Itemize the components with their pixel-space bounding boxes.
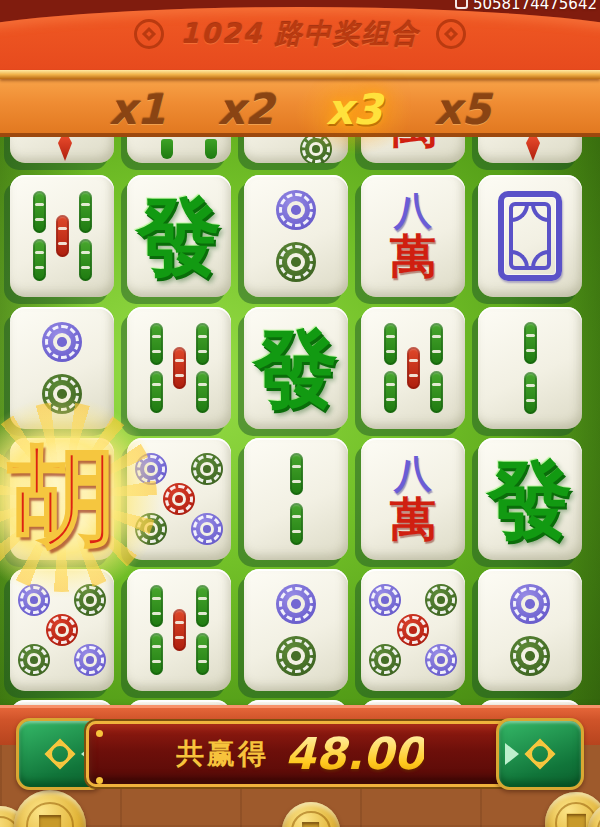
tile-symbol-circle-2 <box>478 569 582 691</box>
tile-r1-c1: 發 <box>127 175 231 297</box>
tile-symbol-character-8-wan: 八萬 <box>361 175 465 297</box>
session-id-group: 5058174475642 <box>455 0 597 13</box>
chinese-knot-icon-left <box>45 739 75 769</box>
tile-r0-c0 <box>10 137 114 163</box>
tile-r4-c3 <box>361 569 465 691</box>
win-banner: 共赢得 48.00 <box>16 718 584 790</box>
multiplier-x3: x3 <box>326 85 382 134</box>
tile-symbol-dragon-white <box>478 175 582 297</box>
tile-r0-c1 <box>127 137 231 163</box>
tile-symbol-bamboo-2 <box>244 438 348 560</box>
tile-r4-c2 <box>244 569 348 691</box>
game-screen: 1024 路中奖组合 5058174475642 x1 x2 x3 x5 胡 萬… <box>0 0 600 827</box>
tile-symbol-bamboo-2 <box>478 307 582 429</box>
win-label: 共赢得 <box>176 735 269 773</box>
copy-icon[interactable] <box>455 0 468 9</box>
multiplier-x5: x5 <box>434 85 490 134</box>
chinese-knot-icon-right <box>525 739 555 769</box>
tile-symbol-bamboo-fragment <box>127 137 231 163</box>
win-banner-body: 共赢得 48.00 <box>86 721 514 787</box>
tile-r2-c2: 發 <box>244 307 348 429</box>
multiplier-x2: x2 <box>218 85 274 134</box>
tile-symbol-circle-5 <box>361 569 465 691</box>
page-title: 1024 路中奖组合 <box>180 16 420 52</box>
tile-r1-c3: 八萬 <box>361 175 465 297</box>
tile-r2-c4 <box>478 307 582 429</box>
tile-symbol-bamboo-5 <box>361 307 465 429</box>
header-title-row: 1024 路中奖组合 <box>0 16 600 52</box>
tile-symbol-dragon-green-fa: 發 <box>244 307 348 429</box>
tile-r3-c4: 發 <box>478 438 582 560</box>
tile-symbol-dragon-green-fa: 發 <box>127 175 231 297</box>
win-banner-cap-right <box>496 718 584 790</box>
tile-r0-c4 <box>478 137 582 163</box>
session-id: 5058174475642 <box>473 0 597 13</box>
tile-r1-c4 <box>478 175 582 297</box>
tile-r1-c0 <box>10 175 114 297</box>
coin-icon-left <box>134 19 164 49</box>
tile-r3-c3: 八萬 <box>361 438 465 560</box>
tile-symbol-red-glyph-fragment <box>478 137 582 163</box>
coin-icon-right <box>436 19 466 49</box>
tile-symbol-circle-2 <box>244 175 348 297</box>
tile-symbol-red-glyph-fragment <box>10 137 114 163</box>
cap-arrow-right-icon <box>505 743 519 765</box>
tile-symbol-character-8-wan: 八萬 <box>361 438 465 560</box>
hu-glyph: 胡 <box>8 443 116 551</box>
multiplier-x1: x1 <box>109 85 165 134</box>
tile-symbol-circle-2 <box>244 569 348 691</box>
multiplier-bar: x1 x2 x3 x5 <box>0 75 600 137</box>
tile-r2-c3 <box>361 307 465 429</box>
hu-win-marker: 胡 <box>0 402 157 592</box>
win-amount: 48.00 <box>285 732 424 776</box>
tile-r3-c2 <box>244 438 348 560</box>
tile-symbol-dragon-green-fa: 發 <box>478 438 582 560</box>
tile-r1-c2 <box>244 175 348 297</box>
multiplier-row: x1 x2 x3 x5 <box>0 81 600 137</box>
tile-symbol-bamboo-5 <box>10 175 114 297</box>
board-felt: 胡 萬發八萬發八萬發 <box>0 137 600 713</box>
tile-r4-c4 <box>478 569 582 691</box>
